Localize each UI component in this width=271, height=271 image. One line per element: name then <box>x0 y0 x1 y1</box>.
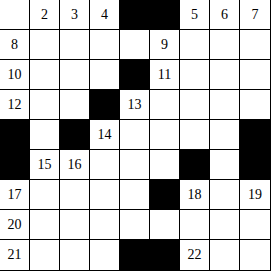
black-cell-r4c8 <box>240 120 270 150</box>
cell-r6c8[interactable]: 19 <box>240 180 270 210</box>
clue-number-5: 5 <box>191 8 198 22</box>
cell-r7c8[interactable] <box>240 210 270 240</box>
clue-number-18: 18 <box>188 188 202 202</box>
clue-number-6: 6 <box>221 8 228 22</box>
cell-r3c5[interactable] <box>150 90 180 120</box>
cell-r8c7[interactable] <box>210 240 240 270</box>
clue-number-9: 9 <box>161 38 168 52</box>
cell-r7c7[interactable] <box>210 210 240 240</box>
cell-r1c2[interactable] <box>60 30 90 60</box>
clue-number-4: 4 <box>101 8 108 22</box>
clue-number-3: 3 <box>71 8 78 22</box>
black-cell-r6c5 <box>150 180 180 210</box>
clue-number-17: 17 <box>8 188 22 202</box>
cell-r3c6[interactable] <box>180 90 210 120</box>
cell-r5c4[interactable] <box>120 150 150 180</box>
clue-number-12: 12 <box>8 98 22 112</box>
crossword-grid: 2345678910111213141516171819202122 <box>0 0 271 271</box>
cell-r4c1[interactable] <box>30 120 60 150</box>
cell-r5c2[interactable]: 16 <box>60 150 90 180</box>
cell-r6c1[interactable] <box>30 180 60 210</box>
cell-r1c1[interactable] <box>30 30 60 60</box>
cell-r3c2[interactable] <box>60 90 90 120</box>
cell-r6c2[interactable] <box>60 180 90 210</box>
clue-number-15: 15 <box>38 158 52 172</box>
cell-r8c8[interactable] <box>240 240 270 270</box>
cell-r2c8[interactable] <box>240 60 270 90</box>
cell-r8c3[interactable] <box>90 240 120 270</box>
cell-r7c3[interactable] <box>90 210 120 240</box>
clue-number-22: 22 <box>188 248 202 262</box>
black-cell-r2c4 <box>120 60 150 90</box>
cell-r2c3[interactable] <box>90 60 120 90</box>
cell-r2c6[interactable] <box>180 60 210 90</box>
black-cell-r8c4 <box>120 240 150 270</box>
black-cell-r0c5 <box>150 0 180 30</box>
clue-number-16: 16 <box>68 158 82 172</box>
clue-number-20: 20 <box>8 218 22 232</box>
cell-r0c6[interactable]: 5 <box>180 0 210 30</box>
cell-r1c7[interactable] <box>210 30 240 60</box>
cell-r7c2[interactable] <box>60 210 90 240</box>
cell-r4c3[interactable]: 14 <box>90 120 120 150</box>
cell-r7c1[interactable] <box>30 210 60 240</box>
clue-number-13: 13 <box>128 98 142 112</box>
cell-r0c3[interactable]: 4 <box>90 0 120 30</box>
cell-r3c0[interactable]: 12 <box>0 90 30 120</box>
cell-r2c7[interactable] <box>210 60 240 90</box>
clue-number-8: 8 <box>11 38 18 52</box>
cell-r0c8[interactable]: 7 <box>240 0 270 30</box>
cell-r4c4[interactable] <box>120 120 150 150</box>
cell-r0c0[interactable] <box>0 0 30 30</box>
black-cell-r8c5 <box>150 240 180 270</box>
cell-r3c1[interactable] <box>30 90 60 120</box>
cell-r7c0[interactable]: 20 <box>0 210 30 240</box>
cell-r5c5[interactable] <box>150 150 180 180</box>
cell-r3c8[interactable] <box>240 90 270 120</box>
cell-r8c2[interactable] <box>60 240 90 270</box>
clue-number-11: 11 <box>158 68 171 82</box>
black-cell-r5c6 <box>180 150 210 180</box>
cell-r0c7[interactable]: 6 <box>210 0 240 30</box>
cell-r7c6[interactable] <box>180 210 210 240</box>
cell-r2c1[interactable] <box>30 60 60 90</box>
cell-r2c0[interactable]: 10 <box>0 60 30 90</box>
cell-r0c2[interactable]: 3 <box>60 0 90 30</box>
cell-r8c6[interactable]: 22 <box>180 240 210 270</box>
clue-number-14: 14 <box>98 128 112 142</box>
cell-r4c5[interactable] <box>150 120 180 150</box>
cell-r3c7[interactable] <box>210 90 240 120</box>
black-cell-r0c4 <box>120 0 150 30</box>
cell-r7c5[interactable] <box>150 210 180 240</box>
cell-r2c5[interactable]: 11 <box>150 60 180 90</box>
cell-r1c5[interactable]: 9 <box>150 30 180 60</box>
cell-r6c0[interactable]: 17 <box>0 180 30 210</box>
black-cell-r4c0 <box>0 120 30 150</box>
cell-r2c2[interactable] <box>60 60 90 90</box>
clue-number-2: 2 <box>41 8 48 22</box>
cell-r6c4[interactable] <box>120 180 150 210</box>
clue-number-7: 7 <box>252 8 259 22</box>
cell-r6c6[interactable]: 18 <box>180 180 210 210</box>
black-cell-r4c2 <box>60 120 90 150</box>
cell-r4c6[interactable] <box>180 120 210 150</box>
clue-number-19: 19 <box>248 188 262 202</box>
cell-r6c7[interactable] <box>210 180 240 210</box>
cell-r5c1[interactable]: 15 <box>30 150 60 180</box>
black-cell-r3c3 <box>90 90 120 120</box>
cell-r1c8[interactable] <box>240 30 270 60</box>
cell-r5c7[interactable] <box>210 150 240 180</box>
clue-number-21: 21 <box>8 248 22 262</box>
cell-r6c3[interactable] <box>90 180 120 210</box>
cell-r1c0[interactable]: 8 <box>0 30 30 60</box>
cell-r8c0[interactable]: 21 <box>0 240 30 270</box>
cell-r1c3[interactable] <box>90 30 120 60</box>
cell-r4c7[interactable] <box>210 120 240 150</box>
clue-number-10: 10 <box>8 68 22 82</box>
cell-r1c4[interactable] <box>120 30 150 60</box>
cell-r7c4[interactable] <box>120 210 150 240</box>
cell-r0c1[interactable]: 2 <box>30 0 60 30</box>
cell-r5c3[interactable] <box>90 150 120 180</box>
cell-r1c6[interactable] <box>180 30 210 60</box>
cell-r3c4[interactable]: 13 <box>120 90 150 120</box>
cell-r8c1[interactable] <box>30 240 60 270</box>
black-cell-r5c8 <box>240 150 270 180</box>
black-cell-r5c0 <box>0 150 30 180</box>
